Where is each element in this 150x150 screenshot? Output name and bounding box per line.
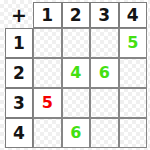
cell-r3-c1[interactable]: 5	[33, 88, 62, 118]
cell-r3-c4[interactable]	[119, 88, 148, 118]
col-header-3: 3	[90, 2, 119, 28]
col-header-4: 4	[119, 2, 148, 28]
cell-r4-c1[interactable]	[33, 118, 62, 148]
row-header-4: 4	[5, 118, 33, 148]
cell-r2-c2[interactable]: 4	[62, 58, 91, 88]
cell-r2-c1[interactable]	[33, 58, 62, 88]
cell-r1-c1[interactable]	[33, 28, 62, 58]
cell-r1-c2[interactable]	[62, 28, 91, 58]
cell-r3-c2[interactable]	[62, 88, 91, 118]
board-background: +1234152463546	[0, 0, 150, 150]
cell-r2-c4[interactable]	[119, 58, 148, 88]
cell-r4-c3[interactable]	[90, 118, 119, 148]
col-header-2: 2	[62, 2, 91, 28]
row-header-3: 3	[5, 88, 33, 118]
row-header-2: 2	[5, 58, 33, 88]
cell-r1-c4[interactable]: 5	[119, 28, 148, 58]
cell-r4-c4[interactable]	[119, 118, 148, 148]
cell-r4-c2[interactable]: 6	[62, 118, 91, 148]
cell-r2-c3[interactable]: 6	[90, 58, 119, 88]
cell-r1-c3[interactable]	[90, 28, 119, 58]
addition-grid: +1234152463546	[5, 2, 147, 148]
cell-r3-c3[interactable]	[90, 88, 119, 118]
operator-cell: +	[5, 2, 33, 28]
col-header-1: 1	[33, 2, 62, 28]
row-header-1: 1	[5, 28, 33, 58]
